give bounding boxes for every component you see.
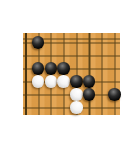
- intersection-c1-r6[interactable]: [19, 101, 32, 114]
- intersection-c6-r6[interactable]: [83, 101, 96, 114]
- intersection-c2-r1[interactable]: [32, 36, 45, 49]
- intersection-c6-r2[interactable]: [83, 49, 96, 62]
- intersection-c2-r6[interactable]: [32, 101, 45, 114]
- board-grid: [19, 36, 121, 114]
- intersection-c5-r3[interactable]: [70, 62, 83, 75]
- white-stone: [45, 75, 58, 88]
- intersection-c3-r2[interactable]: [45, 49, 58, 62]
- intersection-c7-r1[interactable]: [95, 36, 108, 49]
- intersection-c4-r3[interactable]: [57, 62, 70, 75]
- intersection-c3-r1[interactable]: [45, 36, 58, 49]
- intersection-c2-r2[interactable]: [32, 49, 45, 62]
- go-board[interactable]: [23, 33, 120, 115]
- intersection-c7-r4[interactable]: [95, 75, 108, 88]
- intersection-c3-r4[interactable]: [45, 75, 58, 88]
- black-stone: [32, 62, 45, 75]
- intersection-c5-r6[interactable]: [70, 101, 83, 114]
- intersection-c8-r4[interactable]: [108, 75, 121, 88]
- screenshot-canvas: [0, 0, 140, 150]
- intersection-c6-r5[interactable]: [83, 88, 96, 101]
- intersection-c7-r3[interactable]: [95, 62, 108, 75]
- intersection-c4-r6[interactable]: [57, 101, 70, 114]
- intersection-c2-r5[interactable]: [32, 88, 45, 101]
- intersection-c3-r6[interactable]: [45, 101, 58, 114]
- intersection-c4-r4[interactable]: [57, 75, 70, 88]
- white-stone: [70, 101, 83, 114]
- intersection-c3-r5[interactable]: [45, 88, 58, 101]
- intersection-c8-r1[interactable]: [108, 36, 121, 49]
- intersection-c3-r3[interactable]: [45, 62, 58, 75]
- intersection-c5-r5[interactable]: [70, 88, 83, 101]
- intersection-c1-r3[interactable]: [19, 62, 32, 75]
- intersection-c2-r4[interactable]: [32, 75, 45, 88]
- intersection-c7-r2[interactable]: [95, 49, 108, 62]
- black-stone: [108, 88, 121, 101]
- white-stone: [32, 75, 45, 88]
- intersection-c5-r2[interactable]: [70, 49, 83, 62]
- intersection-c1-r1[interactable]: [19, 36, 32, 49]
- intersection-c1-r2[interactable]: [19, 49, 32, 62]
- intersection-c6-r4[interactable]: [83, 75, 96, 88]
- black-stone: [83, 88, 96, 101]
- black-stone: [32, 36, 45, 49]
- intersection-c8-r2[interactable]: [108, 49, 121, 62]
- intersection-c7-r5[interactable]: [95, 88, 108, 101]
- intersection-c6-r3[interactable]: [83, 62, 96, 75]
- intersection-c5-r4[interactable]: [70, 75, 83, 88]
- intersection-c1-r5[interactable]: [19, 88, 32, 101]
- intersection-c4-r1[interactable]: [57, 36, 70, 49]
- intersection-c8-r6[interactable]: [108, 101, 121, 114]
- black-stone: [83, 75, 96, 88]
- intersection-c8-r3[interactable]: [108, 62, 121, 75]
- white-stone: [57, 75, 70, 88]
- intersection-c1-r4[interactable]: [19, 75, 32, 88]
- intersection-c4-r5[interactable]: [57, 88, 70, 101]
- intersection-c5-r1[interactable]: [70, 36, 83, 49]
- white-stone: [70, 88, 83, 101]
- black-stone: [70, 75, 83, 88]
- intersection-c4-r2[interactable]: [57, 49, 70, 62]
- intersection-c8-r5[interactable]: [108, 88, 121, 101]
- intersection-c7-r6[interactable]: [95, 101, 108, 114]
- intersection-c2-r3[interactable]: [32, 62, 45, 75]
- intersection-c6-r1[interactable]: [83, 36, 96, 49]
- black-stone: [45, 62, 58, 75]
- black-stone: [57, 62, 70, 75]
